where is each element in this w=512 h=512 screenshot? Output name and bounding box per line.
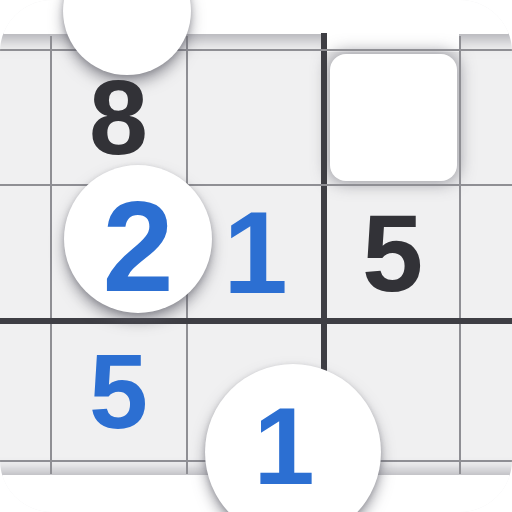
cell-r2c3-digit[interactable]: 5 (324, 185, 461, 321)
cell-r2c2-digit[interactable]: 1 (187, 185, 324, 321)
selected-cell-column-glow (327, 0, 459, 52)
cell-r2c1-digit[interactable]: 2 (78, 187, 198, 307)
cell-r3c1-digit[interactable]: 5 (50, 321, 187, 461)
selected-cell[interactable] (330, 54, 457, 181)
cell-r3c2-digit[interactable]: 1 (224, 386, 344, 506)
sudoku-board: 8 2 1 5 5 1 (0, 0, 512, 512)
sudoku-icon-stage: 8 2 1 5 5 1 (0, 0, 512, 512)
cell-r1c1-digit[interactable]: 8 (50, 49, 187, 185)
